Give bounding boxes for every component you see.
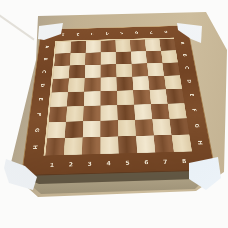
chess-board: 12345678 12345678 ABCDEFGH ABCDEFGH: [21, 25, 216, 176]
file-label-5: 5: [118, 155, 138, 170]
square-d2[interactable]: [68, 78, 85, 92]
square-h1[interactable]: [45, 138, 64, 156]
square-f3[interactable]: [83, 106, 100, 122]
file-label-3: 3: [85, 29, 100, 38]
square-b8[interactable]: [161, 50, 178, 63]
square-b6[interactable]: [131, 51, 147, 64]
square-h3[interactable]: [82, 137, 100, 155]
square-a2[interactable]: [70, 41, 85, 53]
square-f7[interactable]: [151, 104, 170, 120]
file-label-6: 6: [129, 28, 144, 37]
square-c7[interactable]: [147, 63, 164, 76]
square-f4[interactable]: [100, 105, 117, 121]
file-label-4: 4: [99, 155, 118, 170]
square-g5[interactable]: [118, 120, 136, 137]
rank-label-g: G: [27, 123, 46, 137]
square-c5[interactable]: [116, 64, 132, 77]
rank-label-e: E: [182, 89, 201, 101]
square-e5[interactable]: [117, 90, 134, 105]
table-edge-line: [0, 14, 35, 41]
file-label-1: 1: [42, 157, 62, 173]
square-h6[interactable]: [136, 135, 155, 153]
file-label-8: 8: [158, 27, 174, 36]
square-h4[interactable]: [100, 136, 118, 154]
square-b4[interactable]: [101, 52, 116, 65]
rank-label-c: C: [35, 66, 52, 77]
square-e2[interactable]: [67, 92, 84, 107]
square-c1[interactable]: [53, 65, 70, 78]
square-e1[interactable]: [50, 92, 68, 107]
square-g4[interactable]: [100, 120, 118, 137]
square-e4[interactable]: [101, 91, 118, 106]
square-h7[interactable]: [154, 135, 174, 153]
square-h2[interactable]: [64, 137, 83, 155]
square-d6[interactable]: [132, 76, 149, 90]
square-d3[interactable]: [84, 78, 100, 92]
rank-label-d: D: [180, 75, 198, 87]
square-a7[interactable]: [145, 39, 161, 51]
square-f2[interactable]: [66, 106, 84, 122]
board-grid: [45, 39, 192, 156]
file-label-6: 6: [136, 154, 156, 169]
square-f6[interactable]: [134, 104, 152, 120]
square-e3[interactable]: [84, 91, 101, 106]
file-labels-bottom: 12345678: [42, 153, 195, 172]
square-c8[interactable]: [162, 62, 180, 75]
file-label-5: 5: [114, 29, 129, 38]
file-label-7: 7: [143, 28, 159, 37]
file-label-7: 7: [155, 154, 176, 169]
file-label-2: 2: [61, 156, 81, 172]
rank-label-e: E: [32, 93, 50, 105]
square-a1[interactable]: [55, 42, 71, 54]
file-label-3: 3: [80, 156, 99, 172]
square-e7[interactable]: [149, 89, 167, 104]
rank-label-h: H: [25, 140, 45, 155]
square-f5[interactable]: [117, 105, 135, 121]
square-d7[interactable]: [148, 76, 166, 90]
square-c4[interactable]: [101, 64, 117, 77]
photo-scene: 12345678 12345678 ABCDEFGH ABCDEFGH: [0, 0, 228, 228]
square-b3[interactable]: [85, 52, 100, 65]
square-a8[interactable]: [159, 39, 176, 51]
square-g7[interactable]: [152, 119, 171, 136]
square-d4[interactable]: [101, 77, 117, 91]
square-b7[interactable]: [146, 51, 163, 64]
rank-label-a: A: [39, 42, 55, 52]
square-f1[interactable]: [49, 106, 67, 122]
board-inner-border: [43, 38, 192, 156]
rank-label-g: G: [187, 119, 207, 133]
square-c3[interactable]: [85, 65, 101, 78]
square-h5[interactable]: [118, 136, 137, 154]
rank-label-b: B: [176, 50, 193, 60]
square-a4[interactable]: [101, 40, 116, 52]
square-e6[interactable]: [133, 90, 151, 105]
square-a6[interactable]: [130, 39, 146, 51]
square-g3[interactable]: [83, 121, 101, 138]
square-d1[interactable]: [52, 78, 69, 92]
square-g2[interactable]: [65, 121, 83, 138]
square-d5[interactable]: [116, 77, 133, 91]
rank-label-f: F: [30, 108, 49, 121]
rank-label-a: A: [174, 38, 191, 48]
file-label-2: 2: [70, 30, 85, 39]
square-a3[interactable]: [86, 41, 101, 53]
square-g1[interactable]: [47, 122, 66, 139]
square-c2[interactable]: [69, 65, 85, 78]
rank-label-f: F: [185, 104, 204, 117]
rank-label-b: B: [37, 54, 54, 64]
square-g6[interactable]: [135, 119, 154, 136]
square-b5[interactable]: [116, 52, 132, 65]
square-b1[interactable]: [54, 53, 70, 66]
rank-label-c: C: [178, 62, 196, 73]
square-a5[interactable]: [115, 40, 130, 52]
square-c6[interactable]: [132, 63, 149, 76]
rank-label-h: H: [190, 135, 211, 149]
file-label-4: 4: [100, 29, 115, 38]
square-b2[interactable]: [70, 53, 86, 66]
rank-label-d: D: [34, 79, 52, 91]
